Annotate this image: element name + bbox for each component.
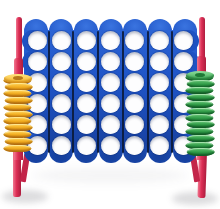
board-cell-r1c5 xyxy=(123,30,147,51)
empty-hole xyxy=(150,115,169,134)
green-disc xyxy=(187,148,215,155)
board-cell-r2c3 xyxy=(74,51,98,72)
empty-hole xyxy=(52,73,71,92)
empty-hole xyxy=(150,136,169,155)
board-cell-r2c2 xyxy=(49,51,73,72)
yellow-disc xyxy=(3,145,31,152)
board-cell-r6c3 xyxy=(74,135,98,156)
board-cell-r4c5 xyxy=(123,93,147,114)
yellow-stack-top-cap xyxy=(4,74,32,83)
empty-hole xyxy=(150,31,169,50)
empty-hole xyxy=(52,136,71,155)
board-cell-r5c5 xyxy=(123,114,147,135)
empty-hole xyxy=(52,115,71,134)
empty-hole xyxy=(125,52,144,71)
board-cell-r1c4 xyxy=(98,30,122,51)
board-cell-r2c4 xyxy=(98,51,122,72)
board-cell-r3c3 xyxy=(74,72,98,93)
board-cell-r6c5 xyxy=(123,135,147,156)
board-cell-r3c4 xyxy=(98,72,122,93)
board-cell-r2c7 xyxy=(172,51,196,72)
board-cell-r2c6 xyxy=(147,51,171,72)
right-post-top xyxy=(199,17,205,59)
board-cell-r1c1 xyxy=(25,30,49,51)
empty-hole xyxy=(150,73,169,92)
board-cell-r6c6 xyxy=(147,135,171,156)
empty-hole xyxy=(52,94,71,113)
board-cell-r5c4 xyxy=(98,114,122,135)
board-cell-r1c7 xyxy=(172,30,196,51)
right-foot-shadow xyxy=(172,192,218,205)
board-cell-r3c6 xyxy=(147,72,171,93)
product-photo-giant-connect-four xyxy=(0,0,220,209)
green-disc-stack xyxy=(186,74,214,156)
empty-hole xyxy=(101,52,120,71)
board-grid xyxy=(25,30,196,156)
empty-hole xyxy=(150,94,169,113)
board-cell-r6c4 xyxy=(98,135,122,156)
empty-hole xyxy=(77,31,96,50)
empty-hole xyxy=(77,115,96,134)
board-cell-r4c3 xyxy=(74,93,98,114)
empty-hole xyxy=(150,52,169,71)
empty-hole xyxy=(174,31,193,50)
board-cell-r1c3 xyxy=(74,30,98,51)
board-cell-r5c2 xyxy=(49,114,73,135)
board-ground-shadow xyxy=(32,168,188,183)
board-cell-r6c2 xyxy=(49,135,73,156)
board-cell-r4c6 xyxy=(147,93,171,114)
board-cell-r5c3 xyxy=(74,114,98,135)
empty-hole xyxy=(101,136,120,155)
empty-hole xyxy=(125,94,144,113)
empty-hole xyxy=(125,136,144,155)
yellow-stack-post-hole xyxy=(13,76,23,80)
empty-hole xyxy=(28,31,47,50)
empty-hole xyxy=(101,31,120,50)
board-cell-r4c2 xyxy=(49,93,73,114)
board-cell-r2c1 xyxy=(25,51,49,72)
left-foot-shadow xyxy=(2,190,48,203)
board-cell-r4c4 xyxy=(98,93,122,114)
board-cell-r3c2 xyxy=(49,72,73,93)
board-cell-r1c2 xyxy=(49,30,73,51)
empty-hole xyxy=(77,73,96,92)
green-stack-top-cap xyxy=(186,71,214,80)
empty-hole xyxy=(77,52,96,71)
left-post-top xyxy=(16,17,22,61)
empty-hole xyxy=(174,52,193,71)
board-cell-r2c5 xyxy=(123,51,147,72)
yellow-disc-stack xyxy=(4,77,32,152)
empty-hole xyxy=(52,31,71,50)
empty-hole xyxy=(28,52,47,71)
empty-hole xyxy=(77,136,96,155)
board-cell-r1c6 xyxy=(147,30,171,51)
green-stack-post-hole xyxy=(195,73,205,77)
empty-hole xyxy=(125,115,144,134)
empty-hole xyxy=(52,52,71,71)
empty-hole xyxy=(77,94,96,113)
board-cell-r3c5 xyxy=(123,72,147,93)
connect-four-board xyxy=(24,19,197,163)
empty-hole xyxy=(101,94,120,113)
board-cell-r5c6 xyxy=(147,114,171,135)
empty-hole xyxy=(101,73,120,92)
empty-hole xyxy=(125,31,144,50)
empty-hole xyxy=(125,73,144,92)
empty-hole xyxy=(101,115,120,134)
